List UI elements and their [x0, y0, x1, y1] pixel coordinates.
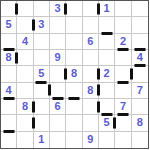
given-digit: 7	[137, 85, 143, 96]
cell-r3c8[interactable]: 2	[115, 34, 131, 50]
cell-r3c6[interactable]: 6	[83, 34, 99, 50]
cell-r5c8[interactable]	[115, 66, 131, 82]
consecutive-marker-horizontal	[101, 113, 112, 116]
cell-r6c6[interactable]: 8	[83, 83, 99, 99]
cell-r6c1[interactable]: 4	[1, 83, 17, 99]
consecutive-marker-vertical	[48, 85, 51, 96]
cell-r4c8[interactable]	[115, 50, 131, 66]
given-digit: 1	[104, 3, 110, 14]
cell-r5c1[interactable]	[1, 66, 17, 82]
consecutive-marker-vertical	[97, 3, 100, 14]
cell-r5c2[interactable]	[17, 66, 33, 82]
consecutive-marker-horizontal	[52, 97, 63, 100]
cell-r8c3[interactable]	[34, 115, 50, 131]
cell-r1c7[interactable]: 1	[99, 1, 115, 17]
consecutive-marker-vertical	[64, 3, 67, 14]
given-digit: 5	[6, 19, 12, 30]
cell-r6c7[interactable]	[99, 83, 115, 99]
cell-r1c4[interactable]: 3	[50, 1, 66, 17]
cell-r7c9[interactable]	[132, 99, 148, 115]
given-digit: 4	[6, 85, 12, 96]
cell-r9c8[interactable]	[115, 132, 131, 148]
consecutive-marker-vertical	[32, 117, 35, 128]
given-digit: 5	[38, 68, 44, 79]
cell-r6c3[interactable]	[34, 83, 50, 99]
cell-r2c8[interactable]	[115, 17, 131, 33]
consecutive-marker-vertical	[15, 3, 18, 14]
consecutive-marker-horizontal	[3, 97, 14, 100]
cell-r4c3[interactable]	[34, 50, 50, 66]
cell-r2c7[interactable]	[99, 17, 115, 33]
consecutive-marker-vertical	[97, 101, 100, 112]
given-digit: 8	[71, 68, 77, 79]
given-digit: 9	[55, 52, 61, 63]
cell-r3c2[interactable]: 4	[17, 34, 33, 50]
cell-r5c7[interactable]: 2	[99, 66, 115, 82]
cell-r6c8[interactable]	[115, 83, 131, 99]
cell-r3c7[interactable]	[99, 34, 115, 50]
cell-r9c9[interactable]	[132, 132, 148, 148]
cell-r5c5[interactable]: 8	[66, 66, 82, 82]
given-digit: 8	[6, 52, 12, 63]
consecutive-marker-vertical	[113, 117, 116, 128]
cell-r1c1[interactable]	[1, 1, 17, 17]
cell-r5c6[interactable]	[83, 66, 99, 82]
cell-r9c7[interactable]	[99, 132, 115, 148]
consecutive-marker-horizontal	[101, 32, 112, 35]
cell-r7c4[interactable]: 6	[50, 99, 66, 115]
cell-r8c1[interactable]	[1, 115, 17, 131]
cell-r1c3[interactable]	[34, 1, 50, 17]
consecutive-marker-horizontal	[134, 48, 145, 51]
given-digit: 4	[22, 36, 28, 47]
cell-r9c3[interactable]: 1	[34, 132, 50, 148]
cell-r9c5[interactable]	[66, 132, 82, 148]
cell-r9c6[interactable]: 9	[83, 132, 99, 148]
consecutive-marker-vertical	[32, 19, 35, 30]
cell-r6c4[interactable]	[50, 83, 66, 99]
cell-r7c8[interactable]: 7	[115, 99, 131, 115]
cell-r2c4[interactable]	[50, 17, 66, 33]
cell-r5c4[interactable]	[50, 66, 66, 82]
cell-r6c5[interactable]	[66, 83, 82, 99]
consecutive-marker-vertical	[15, 52, 18, 63]
cell-r9c4[interactable]	[50, 132, 66, 148]
consecutive-marker-horizontal	[36, 81, 47, 84]
cell-r2c5[interactable]	[66, 17, 82, 33]
given-digit: 6	[55, 101, 61, 112]
cell-r1c6[interactable]	[83, 1, 99, 17]
given-digit: 7	[120, 101, 126, 112]
consecutive-marker-vertical	[130, 68, 133, 79]
cell-r5c9[interactable]	[132, 66, 148, 82]
cell-r2c9[interactable]	[132, 17, 148, 33]
consecutive-marker-vertical	[32, 101, 35, 112]
given-digit: 9	[87, 134, 93, 145]
cell-r4c7[interactable]	[99, 50, 115, 66]
cell-r3c1[interactable]	[1, 34, 17, 50]
cell-r8c5[interactable]	[66, 115, 82, 131]
given-digit: 3	[38, 19, 44, 30]
consecutive-marker-horizontal	[117, 113, 128, 116]
cell-r4c9[interactable]: 4	[132, 50, 148, 66]
cell-r2c2[interactable]	[17, 17, 33, 33]
consecutive-marker-horizontal	[68, 97, 79, 100]
cell-r3c4[interactable]	[50, 34, 66, 50]
given-digit: 2	[104, 68, 110, 79]
cell-r4c1[interactable]: 8	[1, 50, 17, 66]
cell-r4c2[interactable]	[17, 50, 33, 66]
cell-r2c1[interactable]: 5	[1, 17, 17, 33]
given-digit: 4	[137, 52, 143, 63]
cell-r3c9[interactable]	[132, 34, 148, 50]
consecutive-marker-horizontal	[117, 48, 128, 51]
cell-r2c6[interactable]	[83, 17, 99, 33]
consecutive-marker-horizontal	[117, 81, 128, 84]
cell-r8c6[interactable]	[83, 115, 99, 131]
cell-r9c2[interactable]	[17, 132, 33, 148]
given-digit: 2	[120, 36, 126, 47]
cell-r7c5[interactable]	[66, 99, 82, 115]
cell-r1c2[interactable]	[17, 1, 33, 17]
cell-r4c5[interactable]	[66, 50, 82, 66]
given-digit: 5	[104, 117, 110, 128]
cell-r1c8[interactable]	[115, 1, 131, 17]
consecutive-marker-vertical	[97, 85, 100, 96]
cell-r7c1[interactable]	[1, 99, 17, 115]
given-digit: 1	[38, 134, 44, 145]
cell-r4c4[interactable]: 9	[50, 50, 66, 66]
cell-r6c2[interactable]	[17, 83, 33, 99]
given-digit: 8	[22, 101, 28, 112]
cell-r1c9[interactable]	[132, 1, 148, 17]
cell-r8c2[interactable]	[17, 115, 33, 131]
cell-r8c8[interactable]	[115, 115, 131, 131]
cell-r8c7[interactable]: 5	[99, 115, 115, 131]
cell-r2c3[interactable]: 3	[34, 17, 50, 33]
cell-r8c4[interactable]	[50, 115, 66, 131]
cell-r5c3[interactable]: 5	[34, 66, 50, 82]
given-digit: 8	[137, 117, 143, 128]
cell-r7c7[interactable]	[99, 99, 115, 115]
cell-r6c9[interactable]: 7	[132, 83, 148, 99]
given-digit: 8	[87, 85, 93, 96]
cell-r7c6[interactable]	[83, 99, 99, 115]
consecutive-sudoku-board: 31534628945824878675819	[0, 0, 149, 149]
consecutive-marker-horizontal	[3, 130, 14, 133]
cell-r3c5[interactable]	[66, 34, 82, 50]
consecutive-marker-horizontal	[3, 48, 14, 51]
cell-r7c3[interactable]	[34, 99, 50, 115]
consecutive-marker-vertical	[97, 68, 100, 79]
cell-r9c1[interactable]	[1, 132, 17, 148]
given-digit: 6	[87, 36, 93, 47]
cell-r1c5[interactable]	[66, 1, 82, 17]
given-digit: 3	[55, 3, 61, 14]
cell-r4c6[interactable]	[83, 50, 99, 66]
consecutive-marker-vertical	[64, 68, 67, 79]
cell-r8c9[interactable]: 8	[132, 115, 148, 131]
cell-r3c3[interactable]	[34, 34, 50, 50]
consecutive-marker-horizontal	[134, 64, 145, 67]
cell-r7c2[interactable]: 8	[17, 99, 33, 115]
